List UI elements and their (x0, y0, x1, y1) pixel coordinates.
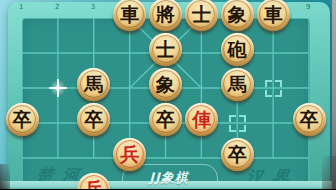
piece-character: 卒 (149, 103, 182, 136)
piece-black-elephant[interactable]: 象 (221, 0, 254, 31)
jj-xiangqi-logo: JJ象棋 (122, 169, 216, 187)
corner-shadow-bottom-left (0, 164, 10, 189)
piece-black-horse[interactable]: 馬 (221, 68, 254, 101)
piece-character: 將 (149, 0, 182, 31)
piece-character: 象 (221, 0, 254, 31)
piece-black-advisor[interactable]: 士 (149, 33, 182, 66)
piece-red-chariot[interactable]: 俥 (185, 103, 218, 136)
column-label-9: 9 (306, 3, 310, 12)
piece-black-general[interactable]: 將 (149, 0, 182, 31)
piece-character: 象 (149, 68, 182, 101)
point-marker (229, 115, 246, 132)
piece-black-cannon[interactable]: 砲 (221, 33, 254, 66)
piece-character: 砲 (221, 33, 254, 66)
piece-character: 兵 (113, 138, 146, 171)
piece-character: 卒 (77, 103, 110, 136)
piece-black-soldier[interactable]: 卒 (221, 138, 254, 171)
piece-character: 馬 (221, 68, 254, 101)
piece-character: 士 (185, 0, 218, 31)
piece-character: 卒 (6, 103, 39, 136)
column-label-1: 1 (19, 3, 23, 12)
piece-red-soldier[interactable]: 兵 (113, 138, 146, 171)
piece-black-elephant[interactable]: 象 (149, 68, 182, 101)
piece-black-soldier[interactable]: 卒 (149, 103, 182, 136)
piece-character: 卒 (293, 103, 326, 136)
piece-red-soldier[interactable]: 兵 (77, 173, 110, 190)
piece-character: 車 (113, 0, 146, 31)
game-screen: 123456789 楚河 汉界 JJ象棋 車將士象車士砲馬象馬卒卒卒俥卒兵卒兵 (0, 0, 336, 189)
piece-character: 車 (257, 0, 290, 31)
sparkle-effect (49, 79, 67, 97)
piece-character: 士 (149, 33, 182, 66)
point-marker (265, 80, 282, 97)
piece-black-advisor[interactable]: 士 (185, 0, 218, 31)
piece-black-chariot[interactable]: 車 (113, 0, 146, 31)
piece-black-chariot[interactable]: 車 (257, 0, 290, 31)
column-label-2: 2 (55, 3, 59, 12)
piece-black-soldier[interactable]: 卒 (6, 103, 39, 136)
piece-character: 馬 (77, 68, 110, 101)
corner-shadow-bottom-right (322, 156, 336, 189)
column-label-3: 3 (91, 3, 95, 12)
piece-black-horse[interactable]: 馬 (77, 68, 110, 101)
piece-character: 卒 (221, 138, 254, 171)
piece-black-soldier[interactable]: 卒 (77, 103, 110, 136)
piece-character: 俥 (185, 103, 218, 136)
piece-character: 兵 (77, 173, 110, 190)
piece-black-soldier[interactable]: 卒 (293, 103, 326, 136)
